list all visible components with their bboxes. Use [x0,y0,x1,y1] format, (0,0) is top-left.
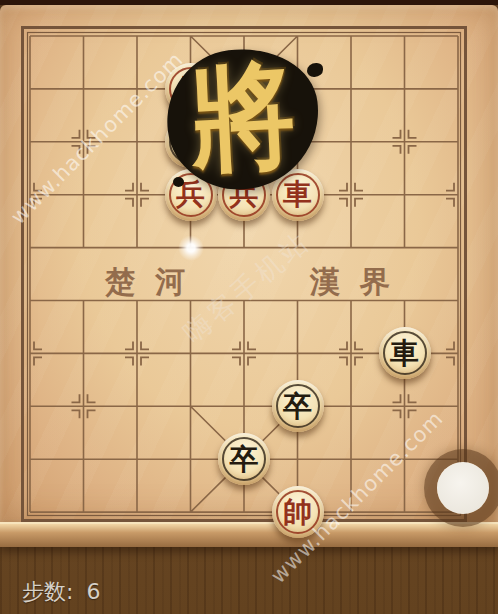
top-edge-strip [0,0,498,5]
piece-red-general[interactable]: 帥 [272,486,324,538]
step-counter-value: 6 [86,579,100,604]
piece-black-soldier[interactable]: 卒 [272,380,324,432]
piece-glyph: 帥 [283,498,312,527]
piece-black-chariot[interactable]: 車 [379,327,431,379]
check-banner-text: 將 [163,36,322,201]
piece-glyph: 卒 [283,392,312,421]
step-counter: 步数: 6 [22,577,100,607]
piece-glyph: 車 [390,339,419,368]
xiangqi-game-screen: { "app": { "status_label": "步数:", "statu… [0,0,498,614]
piece-black-soldier[interactable]: 卒 [218,433,270,485]
piece-glyph: 卒 [230,445,259,474]
check-banner: 將 [167,49,319,189]
step-counter-label: 步数: [22,577,73,607]
touch-indicator-button[interactable] [437,462,489,514]
